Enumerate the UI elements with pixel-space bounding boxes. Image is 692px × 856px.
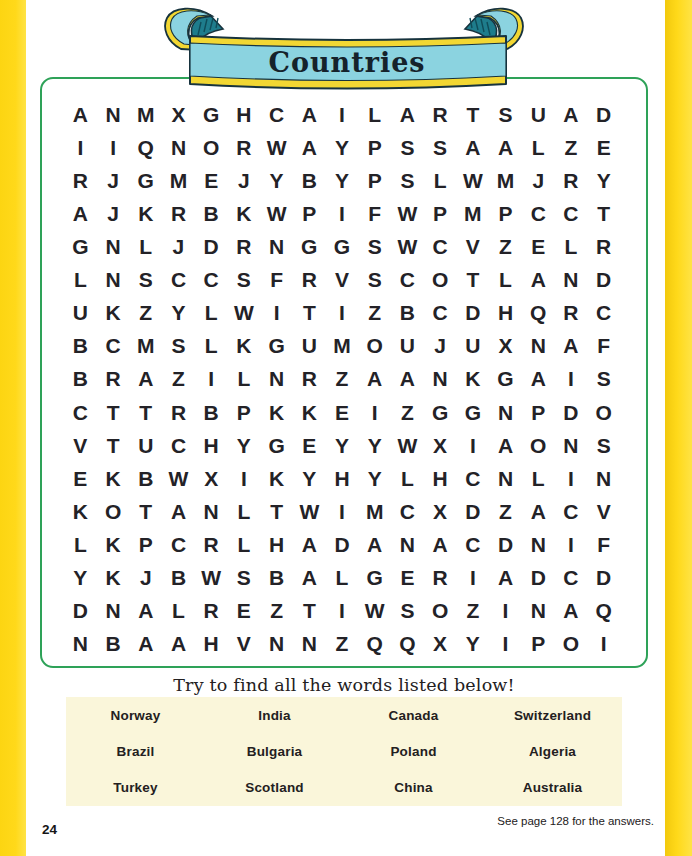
grid-cell: I [97, 131, 130, 164]
grid-cell: R [195, 594, 228, 627]
grid-cell: S [391, 131, 424, 164]
grid-cell: Q [391, 627, 424, 660]
grid-cell: W [162, 462, 195, 495]
grid-cell: N [555, 263, 588, 296]
title-banner: Countries [159, 3, 529, 97]
word-search-board: ANMXGHCAILARTSUADIIQNORWAYPSSAALZERJGMEJ… [40, 77, 648, 668]
grid-cell: I [489, 627, 522, 660]
grid-cell: P [522, 627, 555, 660]
grid-cell: D [456, 296, 489, 329]
grid-cell: K [260, 396, 293, 429]
grid-cell: L [555, 230, 588, 263]
grid-cell: N [64, 627, 97, 660]
word-item: China [394, 780, 433, 795]
grid-cell: Y [260, 164, 293, 197]
grid-cell: A [129, 627, 162, 660]
grid-cell: A [456, 131, 489, 164]
grid-cell: R [228, 131, 261, 164]
grid-cell: B [195, 396, 228, 429]
grid-cell: H [326, 462, 359, 495]
grid-cell: O [195, 131, 228, 164]
grid-cell: S [489, 98, 522, 131]
grid-cell: X [424, 429, 457, 462]
grid-cell: W [456, 164, 489, 197]
grid-cell: E [195, 164, 228, 197]
grid-cell: Y [162, 296, 195, 329]
grid-cell: A [293, 561, 326, 594]
grid-cell: D [489, 528, 522, 561]
grid-cell: C [64, 396, 97, 429]
grid-cell: R [64, 164, 97, 197]
word-item: Canada [389, 708, 439, 723]
grid-cell: K [293, 396, 326, 429]
grid-cell: X [195, 462, 228, 495]
grid-cell: Y [358, 462, 391, 495]
grid-cell: I [555, 362, 588, 395]
grid-cell: F [358, 197, 391, 230]
grid-cell: P [293, 197, 326, 230]
grid-cell: U [522, 98, 555, 131]
grid-cell: Y [64, 561, 97, 594]
grid-cell: R [555, 164, 588, 197]
grid-cell: T [260, 495, 293, 528]
grid-cell: U [64, 296, 97, 329]
grid-cell: K [64, 495, 97, 528]
grid-cell: X [424, 495, 457, 528]
grid-cell: Z [326, 627, 359, 660]
word-item: Turkey [113, 780, 157, 795]
grid-cell: I [326, 495, 359, 528]
grid-cell: W [228, 296, 261, 329]
grid-cell: O [97, 495, 130, 528]
grid-cell: A [424, 528, 457, 561]
grid-cell: A [391, 362, 424, 395]
grid-cell: P [228, 396, 261, 429]
grid-cell: C [162, 528, 195, 561]
grid-cell: T [129, 495, 162, 528]
grid-cell: I [555, 528, 588, 561]
grid-cell: O [424, 594, 457, 627]
grid-cell: B [162, 561, 195, 594]
grid-cell: L [228, 528, 261, 561]
grid-cell: N [555, 429, 588, 462]
grid-cell: M [456, 197, 489, 230]
grid-cell: C [162, 429, 195, 462]
grid-cell: Z [456, 594, 489, 627]
grid-cell: G [456, 396, 489, 429]
grid-cell: L [228, 362, 261, 395]
grid-cell: I [326, 98, 359, 131]
grid-cell: J [522, 164, 555, 197]
grid-cell: A [358, 528, 391, 561]
grid-cell: R [162, 396, 195, 429]
grid-cell: E [326, 396, 359, 429]
grid-cell: M [326, 329, 359, 362]
grid-cell: R [555, 296, 588, 329]
grid-cell: N [489, 462, 522, 495]
grid-cell: I [195, 362, 228, 395]
grid-cell: C [424, 296, 457, 329]
word-item: Norway [111, 708, 161, 723]
grid-cell: K [129, 197, 162, 230]
grid-cell: K [228, 329, 261, 362]
grid-cell: D [587, 98, 620, 131]
grid-cell: B [129, 462, 162, 495]
grid-cell: Z [162, 362, 195, 395]
grid-cell: A [555, 98, 588, 131]
grid-cell: A [129, 594, 162, 627]
grid-cell: V [228, 627, 261, 660]
grid-cell: O [424, 263, 457, 296]
grid-cell: E [64, 462, 97, 495]
grid-cell: R [587, 230, 620, 263]
grid-cell: B [64, 329, 97, 362]
grid-cell: N [522, 594, 555, 627]
grid-cell: N [97, 263, 130, 296]
grid-cell: C [522, 197, 555, 230]
grid-cell: G [489, 362, 522, 395]
grid-cell: C [424, 230, 457, 263]
grid-cell: D [195, 230, 228, 263]
grid-cell: L [64, 528, 97, 561]
grid-cell: T [97, 396, 130, 429]
grid-cell: G [358, 561, 391, 594]
grid-cell: E [228, 594, 261, 627]
grid-cell: R [424, 561, 457, 594]
grid-cell: O [555, 627, 588, 660]
grid-cell: B [97, 627, 130, 660]
grid-cell: B [293, 164, 326, 197]
grid-cell: D [64, 594, 97, 627]
grid-cell: A [522, 362, 555, 395]
grid-cell: N [97, 230, 130, 263]
grid-cell: H [260, 528, 293, 561]
grid-cell: W [391, 197, 424, 230]
grid-cell: C [456, 462, 489, 495]
grid-cell: S [587, 362, 620, 395]
grid-cell: W [293, 495, 326, 528]
grid-cell: T [97, 429, 130, 462]
grid-cell: J [162, 230, 195, 263]
grid-cell: W [391, 230, 424, 263]
instruction-text: Try to find all the words listed below! [40, 675, 648, 695]
grid-cell: L [195, 329, 228, 362]
grid-cell: Y [358, 429, 391, 462]
grid-cell: J [424, 329, 457, 362]
grid-cell: H [195, 429, 228, 462]
grid-cell: S [358, 230, 391, 263]
grid-cell: P [129, 528, 162, 561]
grid-cell: Z [555, 131, 588, 164]
grid-cell: S [391, 164, 424, 197]
grid-cell: H [228, 98, 261, 131]
right-accent-stripe [665, 0, 692, 856]
grid-cell: C [555, 197, 588, 230]
grid-cell: Z [326, 362, 359, 395]
grid-cell: C [555, 561, 588, 594]
grid-cell: N [391, 528, 424, 561]
grid-cell: Y [326, 164, 359, 197]
grid-cell: N [97, 98, 130, 131]
grid-cell: K [456, 362, 489, 395]
grid-cell: S [162, 329, 195, 362]
letter-grid: ANMXGHCAILARTSUADIIQNORWAYPSSAALZERJGMEJ… [64, 98, 620, 660]
grid-cell: F [260, 263, 293, 296]
grid-cell: V [587, 495, 620, 528]
grid-cell: J [129, 561, 162, 594]
grid-cell: L [522, 131, 555, 164]
grid-cell: M [129, 98, 162, 131]
grid-cell: S [424, 131, 457, 164]
grid-cell: W [260, 197, 293, 230]
grid-cell: U [293, 329, 326, 362]
grid-cell: A [555, 329, 588, 362]
grid-cell: W [358, 594, 391, 627]
grid-cell: A [555, 594, 588, 627]
grid-cell: H [489, 296, 522, 329]
grid-cell: N [424, 362, 457, 395]
grid-cell: M [162, 164, 195, 197]
grid-cell: G [260, 329, 293, 362]
grid-cell: R [162, 197, 195, 230]
grid-cell: P [424, 197, 457, 230]
grid-cell: W [391, 429, 424, 462]
grid-cell: C [162, 263, 195, 296]
grid-cell: B [391, 296, 424, 329]
word-item: Algeria [529, 744, 576, 759]
grid-cell: M [358, 495, 391, 528]
grid-cell: R [97, 362, 130, 395]
grid-cell: H [195, 627, 228, 660]
grid-cell: G [326, 230, 359, 263]
grid-cell: X [162, 98, 195, 131]
grid-cell: I [326, 296, 359, 329]
grid-cell: G [293, 230, 326, 263]
grid-cell: L [391, 462, 424, 495]
grid-cell: L [424, 164, 457, 197]
grid-cell: M [489, 164, 522, 197]
grid-cell: N [587, 462, 620, 495]
grid-cell: Y [587, 164, 620, 197]
grid-cell: G [129, 164, 162, 197]
grid-cell: L [522, 462, 555, 495]
grid-cell: G [424, 396, 457, 429]
grid-cell: K [97, 462, 130, 495]
puzzle-title: Countries [268, 47, 425, 78]
grid-cell: E [587, 131, 620, 164]
grid-cell: S [228, 561, 261, 594]
grid-cell: T [293, 594, 326, 627]
grid-cell: H [424, 462, 457, 495]
grid-cell: S [228, 263, 261, 296]
grid-cell: F [587, 329, 620, 362]
grid-cell: L [358, 98, 391, 131]
grid-cell: C [555, 495, 588, 528]
grid-cell: B [195, 197, 228, 230]
word-item: Bulgaria [247, 744, 303, 759]
grid-cell: I [260, 296, 293, 329]
grid-cell: A [64, 98, 97, 131]
grid-cell: D [456, 495, 489, 528]
grid-cell: J [97, 197, 130, 230]
grid-cell: N [522, 528, 555, 561]
grid-cell: Y [293, 462, 326, 495]
grid-cell: M [129, 329, 162, 362]
grid-cell: C [391, 495, 424, 528]
grid-cell: D [587, 263, 620, 296]
grid-cell: Y [326, 429, 359, 462]
grid-cell: A [129, 362, 162, 395]
grid-cell: Z [358, 296, 391, 329]
grid-cell: L [228, 495, 261, 528]
grid-cell: Z [391, 396, 424, 429]
grid-cell: C [97, 329, 130, 362]
grid-cell: I [64, 131, 97, 164]
grid-cell: Q [587, 594, 620, 627]
grid-cell: S [391, 594, 424, 627]
grid-cell: C [587, 296, 620, 329]
grid-cell: K [97, 296, 130, 329]
grid-cell: A [489, 561, 522, 594]
grid-cell: Y [456, 627, 489, 660]
grid-cell: D [522, 561, 555, 594]
answers-note: See page 128 for the answers. [497, 815, 654, 827]
word-item: Australia [523, 780, 583, 795]
grid-cell: Z [489, 230, 522, 263]
grid-cell: P [358, 164, 391, 197]
grid-cell: S [129, 263, 162, 296]
grid-cell: A [522, 495, 555, 528]
grid-cell: W [260, 131, 293, 164]
word-list: NorwayIndiaCanadaSwitzerlandBrazilBulgar… [66, 697, 622, 806]
grid-cell: G [195, 98, 228, 131]
grid-cell: L [129, 230, 162, 263]
grid-cell: I [456, 561, 489, 594]
grid-cell: N [195, 495, 228, 528]
grid-cell: R [293, 362, 326, 395]
grid-cell: A [522, 263, 555, 296]
grid-cell: L [195, 296, 228, 329]
grid-cell: R [195, 528, 228, 561]
grid-cell: A [293, 131, 326, 164]
grid-cell: J [97, 164, 130, 197]
word-item: Poland [390, 744, 436, 759]
grid-cell: I [326, 197, 359, 230]
grid-cell: G [64, 230, 97, 263]
grid-cell: L [489, 263, 522, 296]
grid-cell: U [456, 329, 489, 362]
grid-cell: Y [326, 131, 359, 164]
grid-cell: Z [260, 594, 293, 627]
grid-cell: I [456, 429, 489, 462]
left-accent-stripe [0, 0, 26, 856]
grid-cell: L [162, 594, 195, 627]
grid-cell: I [228, 462, 261, 495]
grid-cell: C [456, 528, 489, 561]
grid-cell: Z [489, 495, 522, 528]
grid-cell: U [391, 329, 424, 362]
grid-cell: I [489, 594, 522, 627]
grid-cell: R [228, 230, 261, 263]
word-item: Switzerland [514, 708, 591, 723]
grid-cell: K [97, 561, 130, 594]
grid-cell: T [129, 396, 162, 429]
word-item: India [258, 708, 291, 723]
grid-cell: N [489, 396, 522, 429]
grid-cell: O [358, 329, 391, 362]
grid-cell: A [162, 627, 195, 660]
grid-cell: S [358, 263, 391, 296]
word-item: Brazil [117, 744, 155, 759]
grid-cell: V [326, 263, 359, 296]
grid-cell: Q [358, 627, 391, 660]
grid-cell: D [587, 561, 620, 594]
grid-cell: N [162, 131, 195, 164]
grid-cell: Q [129, 131, 162, 164]
grid-cell: E [391, 561, 424, 594]
grid-cell: A [293, 98, 326, 131]
grid-cell: X [424, 627, 457, 660]
grid-cell: T [456, 263, 489, 296]
grid-cell: L [326, 561, 359, 594]
grid-cell: A [64, 197, 97, 230]
grid-cell: C [391, 263, 424, 296]
grid-cell: E [522, 230, 555, 263]
grid-cell: D [326, 528, 359, 561]
grid-cell: B [64, 362, 97, 395]
grid-cell: N [522, 329, 555, 362]
grid-cell: Y [228, 429, 261, 462]
grid-cell: I [326, 594, 359, 627]
page-number: 24 [42, 822, 57, 837]
grid-cell: F [587, 528, 620, 561]
grid-cell: C [195, 263, 228, 296]
grid-cell: N [293, 627, 326, 660]
grid-cell: T [587, 197, 620, 230]
grid-cell: A [162, 495, 195, 528]
grid-cell: A [489, 131, 522, 164]
grid-cell: D [555, 396, 588, 429]
grid-cell: N [260, 230, 293, 263]
grid-cell: Q [522, 296, 555, 329]
grid-cell: Z [129, 296, 162, 329]
grid-cell: V [456, 230, 489, 263]
grid-cell: L [64, 263, 97, 296]
grid-cell: T [456, 98, 489, 131]
grid-cell: O [587, 396, 620, 429]
grid-cell: A [489, 429, 522, 462]
grid-cell: U [129, 429, 162, 462]
grid-cell: P [358, 131, 391, 164]
grid-cell: P [489, 197, 522, 230]
grid-cell: N [97, 594, 130, 627]
grid-cell: I [358, 396, 391, 429]
grid-cell: J [228, 164, 261, 197]
grid-cell: N [260, 362, 293, 395]
grid-cell: P [522, 396, 555, 429]
grid-cell: K [97, 528, 130, 561]
grid-cell: A [293, 528, 326, 561]
grid-cell: I [555, 462, 588, 495]
grid-cell: W [195, 561, 228, 594]
grid-cell: R [293, 263, 326, 296]
grid-cell: S [587, 429, 620, 462]
grid-cell: V [64, 429, 97, 462]
grid-cell: X [489, 329, 522, 362]
grid-cell: C [260, 98, 293, 131]
grid-cell: G [260, 429, 293, 462]
grid-cell: K [228, 197, 261, 230]
